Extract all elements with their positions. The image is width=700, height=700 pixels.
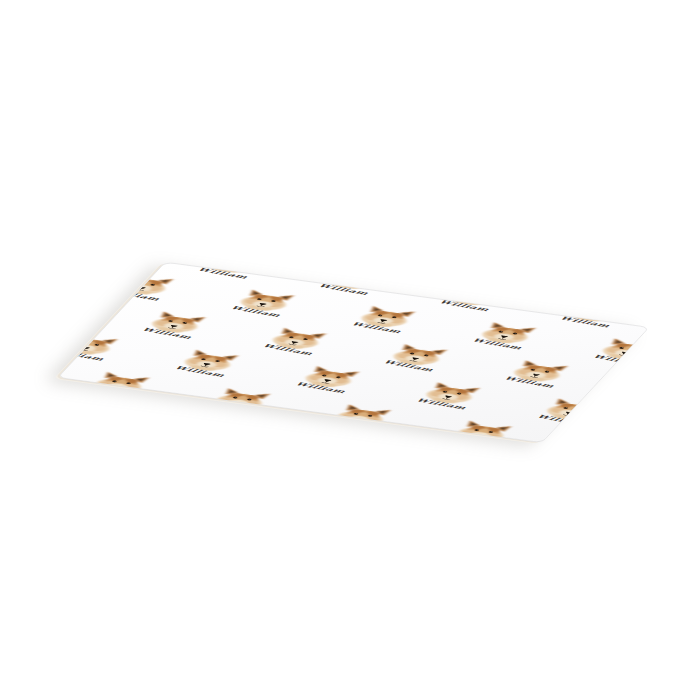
pet-name-label: William: [203, 403, 260, 417]
dog-pattern-unit: William: [203, 386, 277, 416]
dog-pattern-unit: William: [380, 342, 454, 372]
dog-pattern-unit: William: [533, 397, 607, 427]
dog-pattern-unit: William: [589, 337, 649, 367]
product-photo-scene: William: [0, 0, 700, 700]
pet-name-label: William: [324, 419, 381, 433]
dog-pattern-unit: William: [436, 282, 510, 312]
dog-pattern-unit: William: [194, 262, 268, 279]
dog-pattern-unit: William: [324, 403, 398, 433]
dog-pattern-unit: William: [444, 419, 518, 443]
dog-pattern-unit: William: [106, 272, 180, 302]
pet-name-label: William: [445, 436, 502, 443]
dog-pattern-unit: William: [315, 266, 389, 296]
dog-pattern-unit: William: [82, 370, 156, 400]
dog-pattern-unit: William: [259, 326, 333, 356]
dog-pattern-unit: William: [57, 332, 124, 362]
dog-face-icon: [206, 386, 277, 412]
dog-face-icon: [448, 419, 519, 443]
dog-face-icon: [327, 403, 398, 429]
dog-pattern-unit: William: [227, 288, 301, 318]
placemat: William: [57, 262, 649, 443]
dog-pattern-unit: William: [348, 304, 422, 334]
dog-pattern-unit: William: [556, 298, 630, 328]
dog-pattern-unit: William: [138, 310, 212, 340]
dog-pattern-unit: William: [413, 380, 487, 410]
pet-name-label: William: [557, 315, 614, 329]
dog-pattern-unit: William: [171, 348, 245, 378]
dog-face-icon: [86, 370, 157, 396]
dog-pattern-unit: William: [468, 320, 542, 350]
dog-pattern: William: [59, 262, 649, 442]
pet-name-label: William: [315, 283, 372, 297]
dog-pattern-unit: William: [292, 364, 366, 394]
dog-pattern-unit: William: [500, 358, 574, 388]
pet-name-label: William: [195, 266, 252, 280]
pet-name-label: William: [436, 299, 493, 313]
pet-name-label: William: [82, 387, 139, 401]
